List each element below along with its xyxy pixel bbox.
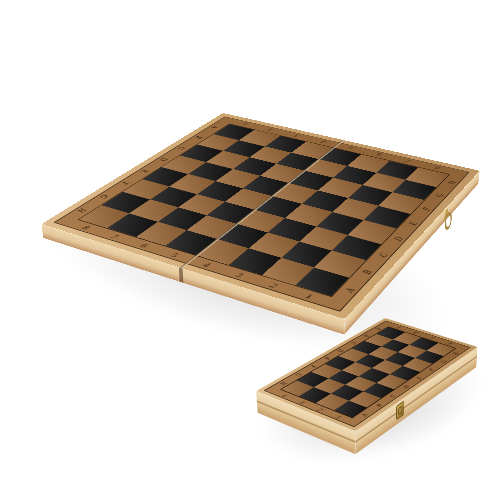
brass-latch-icon bbox=[396, 400, 404, 420]
clasp-loop-icon bbox=[443, 208, 452, 233]
brass-clasp-icon bbox=[443, 206, 452, 237]
chess-set-product-photo: ABCDEFGH ABCDEFGH 87654321 87654321 ♜♞♝♛… bbox=[0, 0, 500, 500]
latch-ring-icon bbox=[398, 405, 402, 415]
